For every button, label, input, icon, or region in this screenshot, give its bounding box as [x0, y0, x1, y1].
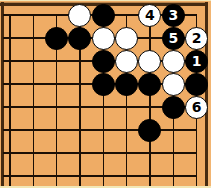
intersection-r8c9[interactable] [185, 165, 208, 188]
intersection-r5c9[interactable]: 6 [185, 96, 208, 119]
black-stone[interactable] [92, 73, 115, 96]
intersection-r2c1[interactable] [0, 27, 22, 50]
move-number: 4 [145, 8, 155, 22]
intersection-r6c4[interactable] [68, 119, 91, 142]
move-number: 2 [192, 31, 202, 45]
intersection-r1c7[interactable]: 4 [138, 4, 161, 27]
intersection-r8c3[interactable] [45, 165, 68, 188]
intersection-r3c3[interactable] [45, 50, 68, 73]
intersection-r8c6[interactable] [115, 165, 138, 188]
intersection-r6c2[interactable] [22, 119, 45, 142]
intersection-r1c4[interactable] [68, 4, 91, 27]
intersection-r6c7[interactable] [138, 119, 161, 142]
intersection-r1c3[interactable] [45, 4, 68, 27]
intersection-r2c4[interactable] [68, 27, 91, 50]
black-stone[interactable] [138, 73, 161, 96]
white-stone[interactable] [138, 50, 161, 73]
intersection-r5c5[interactable] [92, 96, 115, 119]
black-stone[interactable] [115, 73, 138, 96]
intersection-r8c4[interactable] [68, 165, 91, 188]
intersection-r5c3[interactable] [45, 96, 68, 119]
intersection-r3c9[interactable]: 1 [185, 50, 208, 73]
intersection-r6c6[interactable] [115, 119, 138, 142]
black-stone[interactable] [68, 27, 91, 50]
intersection-r6c3[interactable] [45, 119, 68, 142]
intersection-r8c7[interactable] [138, 165, 161, 188]
intersection-r8c2[interactable] [22, 165, 45, 188]
intersection-r2c7[interactable] [138, 27, 161, 50]
intersection-r2c9[interactable]: 2 [185, 27, 208, 50]
move-4-white-stone[interactable]: 4 [138, 4, 161, 27]
intersection-r7c1[interactable] [0, 142, 22, 165]
intersection-r5c2[interactable] [22, 96, 45, 119]
intersection-r2c8[interactable]: 5 [162, 27, 185, 50]
black-stone[interactable] [185, 73, 208, 96]
black-stone[interactable] [92, 50, 115, 73]
move-number: 6 [192, 100, 202, 114]
intersection-r3c4[interactable] [68, 50, 91, 73]
intersection-r6c8[interactable] [162, 119, 185, 142]
intersection-r4c7[interactable] [138, 73, 161, 96]
move-number: 5 [168, 31, 178, 45]
board-grid: 435216 [0, 4, 208, 188]
black-stone[interactable] [45, 27, 68, 50]
white-stone[interactable] [162, 50, 185, 73]
move-1-black-stone[interactable]: 1 [185, 50, 208, 73]
intersection-r2c3[interactable] [45, 27, 68, 50]
white-stone[interactable] [68, 4, 91, 27]
go-board-diagram: 435216 [0, 0, 211, 188]
page-edge-bottom [0, 186, 211, 188]
intersection-r5c1[interactable] [0, 96, 22, 119]
intersection-r5c6[interactable] [115, 96, 138, 119]
intersection-r4c8[interactable] [162, 73, 185, 96]
move-number: 3 [168, 8, 178, 22]
black-stone[interactable] [162, 96, 185, 119]
intersection-r4c3[interactable] [45, 73, 68, 96]
intersection-r7c8[interactable] [162, 142, 185, 165]
white-stone[interactable] [115, 27, 138, 50]
intersection-r2c2[interactable] [22, 27, 45, 50]
intersection-r1c8[interactable]: 3 [162, 4, 185, 27]
intersection-r3c2[interactable] [22, 50, 45, 73]
intersection-r2c5[interactable] [92, 27, 115, 50]
white-stone[interactable] [162, 73, 185, 96]
intersection-r1c1[interactable] [0, 4, 22, 27]
intersection-r6c9[interactable] [185, 119, 208, 142]
white-stone[interactable] [92, 27, 115, 50]
intersection-r5c8[interactable] [162, 96, 185, 119]
intersection-r7c4[interactable] [68, 142, 91, 165]
intersection-r7c6[interactable] [115, 142, 138, 165]
intersection-r5c4[interactable] [68, 96, 91, 119]
move-number: 1 [192, 54, 202, 68]
intersection-r4c5[interactable] [92, 73, 115, 96]
intersection-r3c6[interactable] [115, 50, 138, 73]
intersection-r1c2[interactable] [22, 4, 45, 27]
intersection-r7c7[interactable] [138, 142, 161, 165]
intersection-r3c8[interactable] [162, 50, 185, 73]
intersection-r4c1[interactable] [0, 73, 22, 96]
intersection-r4c2[interactable] [22, 73, 45, 96]
black-stone[interactable] [138, 119, 161, 142]
intersection-r1c5[interactable] [92, 4, 115, 27]
intersection-r7c2[interactable] [22, 142, 45, 165]
move-2-white-stone[interactable]: 2 [185, 27, 208, 50]
intersection-r2c6[interactable] [115, 27, 138, 50]
intersection-r4c9[interactable] [185, 73, 208, 96]
move-6-white-stone[interactable]: 6 [185, 96, 208, 119]
intersection-r3c1[interactable] [0, 50, 22, 73]
intersection-r8c5[interactable] [92, 165, 115, 188]
white-stone[interactable] [115, 50, 138, 73]
intersection-r4c4[interactable] [68, 73, 91, 96]
intersection-r4c6[interactable] [115, 73, 138, 96]
intersection-r7c9[interactable] [185, 142, 208, 165]
intersection-r1c6[interactable] [115, 4, 138, 27]
black-stone[interactable] [92, 4, 115, 27]
intersection-r8c1[interactable] [0, 165, 22, 188]
intersection-r3c5[interactable] [92, 50, 115, 73]
intersection-r8c8[interactable] [162, 165, 185, 188]
intersection-r1c9[interactable] [185, 4, 208, 27]
intersection-r5c7[interactable] [138, 96, 161, 119]
move-5-black-stone[interactable]: 5 [162, 27, 185, 50]
intersection-r6c5[interactable] [92, 119, 115, 142]
move-3-black-stone[interactable]: 3 [162, 4, 185, 27]
intersection-r6c1[interactable] [0, 119, 22, 142]
intersection-r7c3[interactable] [45, 142, 68, 165]
intersection-r3c7[interactable] [138, 50, 161, 73]
intersection-r7c5[interactable] [92, 142, 115, 165]
